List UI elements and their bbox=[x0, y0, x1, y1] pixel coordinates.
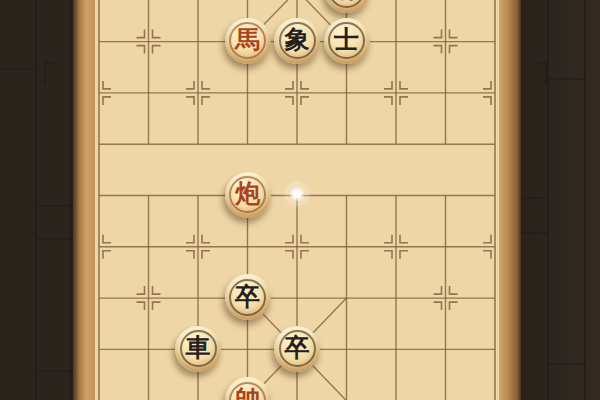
board-side-edge-left bbox=[73, 0, 95, 400]
piece-grid: 將馬象士炮卒車卒帥 bbox=[74, 0, 520, 400]
panel-lattice-mark bbox=[545, 62, 547, 84]
piece-red-general[interactable]: 帥 bbox=[225, 377, 271, 400]
piece-character: 卒 bbox=[235, 284, 260, 309]
panel-lattice-line bbox=[36, 238, 73, 240]
piece-black-chariot[interactable]: 車 bbox=[175, 326, 221, 372]
piece-black-general[interactable]: 將 bbox=[324, 0, 370, 13]
piece-character: 將 bbox=[334, 0, 359, 1]
panel-lattice-mark bbox=[44, 62, 46, 84]
piece-black-soldier-b[interactable]: 卒 bbox=[274, 326, 320, 372]
panel-lattice-line bbox=[547, 363, 586, 365]
piece-character: 馬 bbox=[235, 27, 260, 52]
panel-lattice-line bbox=[36, 370, 73, 372]
background-panel-left bbox=[0, 0, 73, 400]
piece-character: 帥 bbox=[235, 387, 260, 400]
board-side-edge-right bbox=[499, 0, 521, 400]
panel-lattice-line bbox=[70, 0, 72, 400]
piece-character: 車 bbox=[186, 335, 211, 360]
panel-lattice-line bbox=[547, 0, 549, 400]
panel-lattice-line bbox=[547, 78, 586, 80]
panel-lattice-line bbox=[0, 68, 36, 70]
panel-lattice-line bbox=[584, 0, 586, 400]
piece-black-advisor[interactable]: 士 bbox=[324, 18, 370, 64]
background-panel-right bbox=[521, 0, 600, 400]
piece-character: 卒 bbox=[285, 335, 310, 360]
piece-red-cannon[interactable]: 炮 bbox=[225, 172, 271, 218]
panel-lattice-line bbox=[36, 205, 73, 207]
piece-character: 象 bbox=[285, 27, 310, 52]
piece-black-elephant[interactable]: 象 bbox=[274, 18, 320, 64]
panel-lattice-line bbox=[521, 232, 549, 234]
panel-lattice-line bbox=[521, 197, 549, 199]
panel-lattice-line bbox=[35, 0, 37, 400]
piece-black-soldier-a[interactable]: 卒 bbox=[225, 274, 271, 320]
piece-red-horse[interactable]: 馬 bbox=[225, 18, 271, 64]
piece-character: 士 bbox=[334, 27, 359, 52]
game-screen: 將馬象士炮卒車卒帥 bbox=[0, 0, 600, 400]
piece-character: 炮 bbox=[235, 181, 260, 206]
